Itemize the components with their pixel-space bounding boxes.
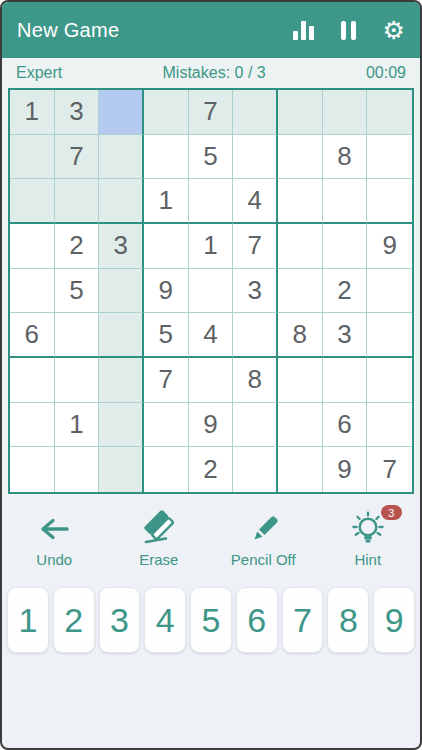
- cell-r5c3[interactable]: [99, 269, 144, 314]
- numpad-button-4[interactable]: 4: [144, 587, 186, 653]
- cell-r1c8[interactable]: [323, 90, 368, 135]
- cell-r2c5[interactable]: 5: [189, 135, 234, 180]
- cell-r2c4[interactable]: [144, 135, 189, 180]
- numpad-button-7[interactable]: 7: [282, 587, 324, 653]
- cell-r8c5[interactable]: 9: [189, 403, 234, 448]
- cell-r1c7[interactable]: [278, 90, 323, 135]
- cell-r6c9[interactable]: [367, 313, 412, 358]
- cell-r2c1[interactable]: [10, 135, 55, 180]
- numpad-button-5[interactable]: 5: [190, 587, 232, 653]
- cell-r2c3[interactable]: [99, 135, 144, 180]
- cell-r8c8[interactable]: 6: [323, 403, 368, 448]
- cell-r9c8[interactable]: 9: [323, 447, 368, 492]
- cell-r1c4[interactable]: [144, 90, 189, 135]
- cell-r1c9[interactable]: [367, 90, 412, 135]
- numpad-button-2[interactable]: 2: [53, 587, 95, 653]
- numpad-button-6[interactable]: 6: [236, 587, 278, 653]
- cell-r5c4[interactable]: 9: [144, 269, 189, 314]
- cell-r9c3[interactable]: [99, 447, 144, 492]
- hint-label: Hint: [354, 551, 381, 568]
- cell-r9c6[interactable]: [233, 447, 278, 492]
- undo-arrow-icon: [36, 516, 72, 542]
- cell-r2c8[interactable]: 8: [323, 135, 368, 180]
- cell-r8c6[interactable]: [233, 403, 278, 448]
- eraser-icon: [139, 510, 179, 548]
- timer-label: 00:09: [366, 64, 406, 82]
- settings-gear-icon: ⚙: [383, 21, 405, 40]
- cell-r4c4[interactable]: [144, 224, 189, 269]
- sudoku-board: 137758142317959326548378196297: [8, 88, 414, 494]
- cell-r6c2[interactable]: [55, 313, 100, 358]
- board-area: 137758142317959326548378196297: [2, 88, 420, 494]
- cell-r4c7[interactable]: [278, 224, 323, 269]
- cell-r3c9[interactable]: [367, 179, 412, 224]
- numpad-button-8[interactable]: 8: [327, 587, 369, 653]
- cell-r7c2[interactable]: [55, 358, 100, 403]
- pencil-toggle-button[interactable]: Pencil Off: [211, 510, 316, 568]
- cell-r7c5[interactable]: [189, 358, 234, 403]
- cell-r8c7[interactable]: [278, 403, 323, 448]
- cell-r7c3[interactable]: [99, 358, 144, 403]
- cell-r7c1[interactable]: [10, 358, 55, 403]
- cell-r2c2[interactable]: 7: [55, 135, 100, 180]
- cell-r4c2[interactable]: 2: [55, 224, 100, 269]
- difficulty-label: Expert: [16, 64, 62, 82]
- cell-r5c5[interactable]: [189, 269, 234, 314]
- cell-r4c3[interactable]: 3: [99, 224, 144, 269]
- erase-button[interactable]: Erase: [107, 510, 212, 568]
- cell-r6c6[interactable]: [233, 313, 278, 358]
- cell-r9c5[interactable]: 2: [189, 447, 234, 492]
- cell-r9c4[interactable]: [144, 447, 189, 492]
- cell-r6c1[interactable]: 6: [10, 313, 55, 358]
- numpad-button-1[interactable]: 1: [7, 587, 49, 653]
- pencil-icon: [245, 511, 281, 547]
- cell-r5c8[interactable]: 2: [323, 269, 368, 314]
- cell-r1c6[interactable]: [233, 90, 278, 135]
- cell-r5c9[interactable]: [367, 269, 412, 314]
- cell-r5c6[interactable]: 3: [233, 269, 278, 314]
- cell-r1c1[interactable]: 1: [10, 90, 55, 135]
- cell-r3c2[interactable]: [55, 179, 100, 224]
- cell-r5c7[interactable]: [278, 269, 323, 314]
- toolbar: Undo Erase Pencil Off: [2, 510, 420, 568]
- mistakes-label: Mistakes: 0 / 3: [163, 64, 266, 82]
- cell-r4c8[interactable]: [323, 224, 368, 269]
- cell-r1c2[interactable]: 3: [55, 90, 100, 135]
- numpad-button-3[interactable]: 3: [99, 587, 141, 653]
- cell-r1c5[interactable]: 7: [189, 90, 234, 135]
- cell-r3c7[interactable]: [278, 179, 323, 224]
- cell-r9c2[interactable]: [55, 447, 100, 492]
- statistics-button[interactable]: [293, 21, 314, 40]
- cell-r6c5[interactable]: 4: [189, 313, 234, 358]
- erase-label: Erase: [139, 551, 178, 568]
- cell-r7c8[interactable]: [323, 358, 368, 403]
- cell-r3c4[interactable]: 1: [144, 179, 189, 224]
- hint-button[interactable]: 3 Hint: [316, 510, 421, 568]
- cell-r7c7[interactable]: [278, 358, 323, 403]
- numpad: 123456789: [7, 587, 415, 653]
- cell-r8c2[interactable]: 1: [55, 403, 100, 448]
- cell-r8c4[interactable]: [144, 403, 189, 448]
- settings-button[interactable]: ⚙: [383, 21, 405, 40]
- header: New Game ⚙: [2, 2, 420, 58]
- cell-r2c9[interactable]: [367, 135, 412, 180]
- app-window: New Game ⚙ Expert Mistakes: 0 / 3 00:09 …: [0, 0, 422, 750]
- pause-button[interactable]: [341, 21, 356, 40]
- cell-r6c3[interactable]: [99, 313, 144, 358]
- pencil-label: Pencil Off: [231, 551, 296, 568]
- cell-r8c3[interactable]: [99, 403, 144, 448]
- cell-r7c9[interactable]: [367, 358, 412, 403]
- cell-r3c6[interactable]: 4: [233, 179, 278, 224]
- hint-badge: 3: [381, 505, 402, 520]
- cell-r3c1[interactable]: [10, 179, 55, 224]
- cell-r4c6[interactable]: 7: [233, 224, 278, 269]
- cell-r7c4[interactable]: 7: [144, 358, 189, 403]
- page-title: New Game: [17, 19, 119, 42]
- cell-r4c5[interactable]: 1: [189, 224, 234, 269]
- cell-r8c9[interactable]: [367, 403, 412, 448]
- cell-r3c5[interactable]: [189, 179, 234, 224]
- cell-r9c7[interactable]: [278, 447, 323, 492]
- cell-r2c6[interactable]: [233, 135, 278, 180]
- cell-r6c8[interactable]: 3: [323, 313, 368, 358]
- cell-r9c1[interactable]: [10, 447, 55, 492]
- cell-r6c4[interactable]: 5: [144, 313, 189, 358]
- cell-r2c7[interactable]: [278, 135, 323, 180]
- cell-r9c9[interactable]: 7: [367, 447, 412, 492]
- cell-r5c1[interactable]: [10, 269, 55, 314]
- cell-r5c2[interactable]: 5: [55, 269, 100, 314]
- cell-r3c8[interactable]: [323, 179, 368, 224]
- status-bar: Expert Mistakes: 0 / 3 00:09: [2, 58, 420, 88]
- cell-r4c1[interactable]: [10, 224, 55, 269]
- undo-label: Undo: [36, 551, 72, 568]
- numpad-button-9[interactable]: 9: [373, 587, 415, 653]
- cell-r1c3[interactable]: [99, 90, 144, 135]
- cell-r7c6[interactable]: 8: [233, 358, 278, 403]
- cell-r3c3[interactable]: [99, 179, 144, 224]
- cell-r4c9[interactable]: 9: [367, 224, 412, 269]
- cell-r6c7[interactable]: 8: [278, 313, 323, 358]
- statistics-icon: [293, 21, 314, 40]
- undo-button[interactable]: Undo: [2, 510, 107, 568]
- pause-icon: [341, 21, 356, 40]
- cell-r8c1[interactable]: [10, 403, 55, 448]
